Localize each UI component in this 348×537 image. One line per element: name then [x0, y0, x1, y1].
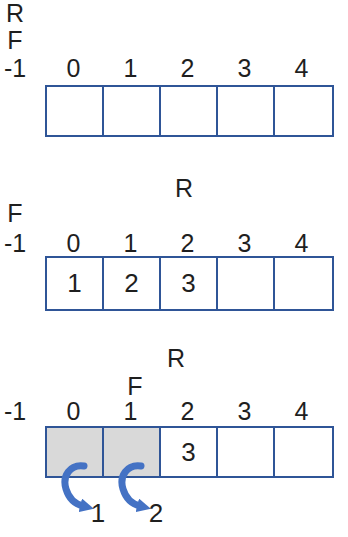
queue-array: 1 2 3 — [45, 256, 334, 311]
array-cell-2: 3 — [161, 428, 218, 476]
array-cell-0: 1 — [47, 258, 104, 309]
index-label-neg1: -1 — [1, 398, 29, 424]
array-cell-0 — [47, 87, 104, 135]
array-cell-2: 3 — [161, 258, 218, 309]
array-cell-3 — [218, 87, 275, 135]
front-pointer-label: F — [6, 200, 24, 226]
array-cell-3 — [218, 258, 275, 309]
array-cell-4 — [275, 87, 332, 135]
queue-array — [45, 85, 334, 137]
index-label-0: 0 — [45, 398, 102, 424]
index-label-4: 4 — [273, 55, 330, 81]
index-label-1: 1 — [102, 398, 159, 424]
index-label-2: 2 — [159, 230, 216, 256]
array-cell-3 — [218, 428, 275, 476]
index-label-3: 3 — [216, 230, 273, 256]
index-label-2: 2 — [159, 55, 216, 81]
dequeued-value-2: 2 — [146, 500, 166, 526]
index-label-2: 2 — [159, 398, 216, 424]
index-label-neg1: -1 — [1, 55, 29, 81]
index-label-3: 3 — [216, 55, 273, 81]
array-cell-4 — [275, 258, 332, 309]
front-pointer-label: F — [6, 27, 24, 53]
array-cell-2 — [161, 87, 218, 135]
rear-pointer-label: R — [175, 175, 193, 201]
index-label-4: 4 — [273, 230, 330, 256]
rear-pointer-label: R — [6, 0, 24, 26]
index-label-1: 1 — [102, 230, 159, 256]
array-cell-1: 2 — [104, 258, 161, 309]
front-pointer-label: F — [126, 373, 144, 399]
index-label-3: 3 — [216, 398, 273, 424]
dequeued-value-1: 1 — [88, 500, 108, 526]
array-cell-1 — [104, 87, 161, 135]
rear-pointer-label: R — [167, 345, 185, 371]
index-label-0: 0 — [45, 55, 102, 81]
index-label-4: 4 — [273, 398, 330, 424]
index-label-neg1: -1 — [1, 230, 29, 256]
array-cell-4 — [275, 428, 332, 476]
queue-diagram-canvas: R F -1 0 1 2 3 4 R F -1 0 1 2 3 4 1 2 3 — [0, 0, 348, 537]
index-label-0: 0 — [45, 230, 102, 256]
index-label-1: 1 — [102, 55, 159, 81]
